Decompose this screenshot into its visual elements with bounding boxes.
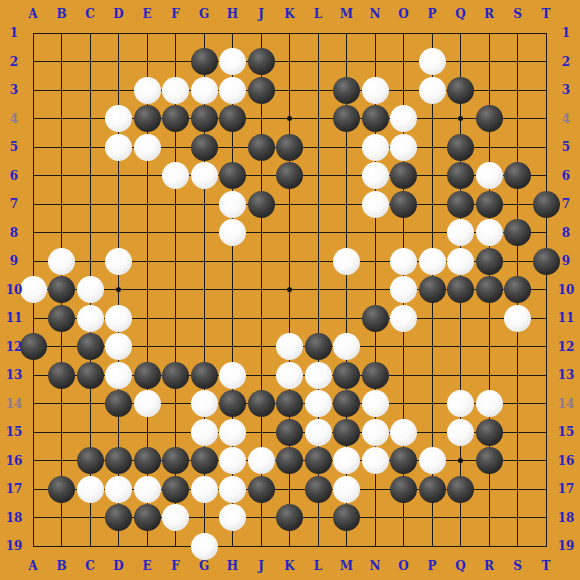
intersection-J16[interactable] — [247, 446, 276, 475]
intersection-M11[interactable] — [332, 304, 361, 333]
intersection-H7[interactable] — [218, 190, 247, 219]
intersection-R12[interactable] — [475, 332, 504, 361]
intersection-G13[interactable] — [190, 361, 219, 390]
intersection-B2[interactable] — [47, 47, 76, 76]
intersection-C11[interactable] — [76, 304, 105, 333]
intersection-E7[interactable] — [133, 190, 162, 219]
intersection-E9[interactable] — [133, 247, 162, 276]
intersection-G19[interactable] — [190, 532, 219, 561]
intersection-H10[interactable] — [218, 275, 247, 304]
intersection-O10[interactable] — [389, 275, 418, 304]
intersection-E11[interactable] — [133, 304, 162, 333]
intersection-H17[interactable] — [218, 475, 247, 504]
intersection-D9[interactable] — [104, 247, 133, 276]
intersection-S18[interactable] — [503, 503, 532, 532]
intersection-F10[interactable] — [161, 275, 190, 304]
intersection-K7[interactable] — [275, 190, 304, 219]
intersection-Q2[interactable] — [446, 47, 475, 76]
intersection-S2[interactable] — [503, 47, 532, 76]
intersection-B15[interactable] — [47, 418, 76, 447]
intersection-J5[interactable] — [247, 133, 276, 162]
intersection-Q8[interactable] — [446, 218, 475, 247]
intersection-C5[interactable] — [76, 133, 105, 162]
intersection-G5[interactable] — [190, 133, 219, 162]
intersection-L5[interactable] — [304, 133, 333, 162]
intersection-B5[interactable] — [47, 133, 76, 162]
intersection-N18[interactable] — [361, 503, 390, 532]
intersection-G8[interactable] — [190, 218, 219, 247]
intersection-K15[interactable] — [275, 418, 304, 447]
intersection-B9[interactable] — [47, 247, 76, 276]
intersection-C14[interactable] — [76, 389, 105, 418]
intersection-H4[interactable] — [218, 104, 247, 133]
intersection-P6[interactable] — [418, 161, 447, 190]
intersection-R7[interactable] — [475, 190, 504, 219]
intersection-O17[interactable] — [389, 475, 418, 504]
intersection-K10[interactable] — [275, 275, 304, 304]
intersection-J17[interactable] — [247, 475, 276, 504]
intersection-D4[interactable] — [104, 104, 133, 133]
intersection-D10[interactable] — [104, 275, 133, 304]
intersection-J9[interactable] — [247, 247, 276, 276]
intersection-O12[interactable] — [389, 332, 418, 361]
intersection-R16[interactable] — [475, 446, 504, 475]
intersection-P17[interactable] — [418, 475, 447, 504]
intersection-S6[interactable] — [503, 161, 532, 190]
intersection-K9[interactable] — [275, 247, 304, 276]
intersection-B4[interactable] — [47, 104, 76, 133]
intersection-F18[interactable] — [161, 503, 190, 532]
intersection-C10[interactable] — [76, 275, 105, 304]
intersection-B14[interactable] — [47, 389, 76, 418]
intersection-K4[interactable] — [275, 104, 304, 133]
intersection-P3[interactable] — [418, 76, 447, 105]
intersection-L7[interactable] — [304, 190, 333, 219]
intersection-Q1[interactable] — [446, 19, 475, 48]
intersection-B1[interactable] — [47, 19, 76, 48]
intersection-L8[interactable] — [304, 218, 333, 247]
intersection-B19[interactable] — [47, 532, 76, 561]
intersection-F5[interactable] — [161, 133, 190, 162]
intersection-M6[interactable] — [332, 161, 361, 190]
intersection-D12[interactable] — [104, 332, 133, 361]
intersection-P10[interactable] — [418, 275, 447, 304]
intersection-N12[interactable] — [361, 332, 390, 361]
intersection-P9[interactable] — [418, 247, 447, 276]
intersection-M15[interactable] — [332, 418, 361, 447]
intersection-M1[interactable] — [332, 19, 361, 48]
intersection-J14[interactable] — [247, 389, 276, 418]
intersection-P13[interactable] — [418, 361, 447, 390]
intersection-K1[interactable] — [275, 19, 304, 48]
intersection-D16[interactable] — [104, 446, 133, 475]
intersection-N8[interactable] — [361, 218, 390, 247]
intersection-M7[interactable] — [332, 190, 361, 219]
intersection-P4[interactable] — [418, 104, 447, 133]
intersection-Q17[interactable] — [446, 475, 475, 504]
intersection-L9[interactable] — [304, 247, 333, 276]
intersection-E4[interactable] — [133, 104, 162, 133]
intersection-D11[interactable] — [104, 304, 133, 333]
intersection-J1[interactable] — [247, 19, 276, 48]
intersection-F14[interactable] — [161, 389, 190, 418]
intersection-D19[interactable] — [104, 532, 133, 561]
intersection-Q5[interactable] — [446, 133, 475, 162]
intersection-G17[interactable] — [190, 475, 219, 504]
intersection-N10[interactable] — [361, 275, 390, 304]
intersection-D1[interactable] — [104, 19, 133, 48]
intersection-M10[interactable] — [332, 275, 361, 304]
intersection-R3[interactable] — [475, 76, 504, 105]
intersection-L17[interactable] — [304, 475, 333, 504]
intersection-P2[interactable] — [418, 47, 447, 76]
intersection-Q16[interactable] — [446, 446, 475, 475]
intersection-O9[interactable] — [389, 247, 418, 276]
intersection-D17[interactable] — [104, 475, 133, 504]
intersection-S17[interactable] — [503, 475, 532, 504]
intersection-J13[interactable] — [247, 361, 276, 390]
intersection-G11[interactable] — [190, 304, 219, 333]
intersection-G15[interactable] — [190, 418, 219, 447]
intersection-P19[interactable] — [418, 532, 447, 561]
intersection-M3[interactable] — [332, 76, 361, 105]
intersection-N4[interactable] — [361, 104, 390, 133]
intersection-S9[interactable] — [503, 247, 532, 276]
intersection-M9[interactable] — [332, 247, 361, 276]
intersection-K14[interactable] — [275, 389, 304, 418]
intersection-Q7[interactable] — [446, 190, 475, 219]
intersection-E6[interactable] — [133, 161, 162, 190]
intersection-O8[interactable] — [389, 218, 418, 247]
intersection-N14[interactable] — [361, 389, 390, 418]
intersection-D14[interactable] — [104, 389, 133, 418]
intersection-N16[interactable] — [361, 446, 390, 475]
intersection-Q14[interactable] — [446, 389, 475, 418]
intersection-H8[interactable] — [218, 218, 247, 247]
intersection-L10[interactable] — [304, 275, 333, 304]
intersection-K12[interactable] — [275, 332, 304, 361]
intersection-B12[interactable] — [47, 332, 76, 361]
intersection-O11[interactable] — [389, 304, 418, 333]
intersection-E17[interactable] — [133, 475, 162, 504]
intersection-O2[interactable] — [389, 47, 418, 76]
intersection-L2[interactable] — [304, 47, 333, 76]
intersection-K19[interactable] — [275, 532, 304, 561]
intersection-M13[interactable] — [332, 361, 361, 390]
intersection-D18[interactable] — [104, 503, 133, 532]
intersection-S14[interactable] — [503, 389, 532, 418]
intersection-L12[interactable] — [304, 332, 333, 361]
intersection-H1[interactable] — [218, 19, 247, 48]
intersection-S1[interactable] — [503, 19, 532, 48]
intersection-R10[interactable] — [475, 275, 504, 304]
intersection-G14[interactable] — [190, 389, 219, 418]
intersection-M19[interactable] — [332, 532, 361, 561]
intersection-L11[interactable] — [304, 304, 333, 333]
intersection-Q9[interactable] — [446, 247, 475, 276]
intersection-M14[interactable] — [332, 389, 361, 418]
intersection-P11[interactable] — [418, 304, 447, 333]
intersection-H11[interactable] — [218, 304, 247, 333]
intersection-H3[interactable] — [218, 76, 247, 105]
intersection-F3[interactable] — [161, 76, 190, 105]
intersection-J19[interactable] — [247, 532, 276, 561]
intersection-N9[interactable] — [361, 247, 390, 276]
intersection-D8[interactable] — [104, 218, 133, 247]
intersection-G6[interactable] — [190, 161, 219, 190]
intersection-S11[interactable] — [503, 304, 532, 333]
intersection-L14[interactable] — [304, 389, 333, 418]
intersection-K11[interactable] — [275, 304, 304, 333]
intersection-C8[interactable] — [76, 218, 105, 247]
intersection-M16[interactable] — [332, 446, 361, 475]
intersection-S19[interactable] — [503, 532, 532, 561]
intersection-E18[interactable] — [133, 503, 162, 532]
intersection-R11[interactable] — [475, 304, 504, 333]
intersection-R6[interactable] — [475, 161, 504, 190]
intersection-S16[interactable] — [503, 446, 532, 475]
intersection-F11[interactable] — [161, 304, 190, 333]
intersection-M17[interactable] — [332, 475, 361, 504]
intersection-Q6[interactable] — [446, 161, 475, 190]
intersection-F8[interactable] — [161, 218, 190, 247]
intersection-O16[interactable] — [389, 446, 418, 475]
intersection-K3[interactable] — [275, 76, 304, 105]
intersection-O19[interactable] — [389, 532, 418, 561]
intersection-O1[interactable] — [389, 19, 418, 48]
intersection-C6[interactable] — [76, 161, 105, 190]
intersection-R15[interactable] — [475, 418, 504, 447]
intersection-B8[interactable] — [47, 218, 76, 247]
intersection-C15[interactable] — [76, 418, 105, 447]
intersection-Q3[interactable] — [446, 76, 475, 105]
intersection-G12[interactable] — [190, 332, 219, 361]
intersection-F1[interactable] — [161, 19, 190, 48]
intersection-O3[interactable] — [389, 76, 418, 105]
intersection-O6[interactable] — [389, 161, 418, 190]
intersection-K13[interactable] — [275, 361, 304, 390]
intersection-O15[interactable] — [389, 418, 418, 447]
intersection-O13[interactable] — [389, 361, 418, 390]
intersection-H18[interactable] — [218, 503, 247, 532]
intersection-J8[interactable] — [247, 218, 276, 247]
intersection-B17[interactable] — [47, 475, 76, 504]
intersection-C16[interactable] — [76, 446, 105, 475]
intersection-F17[interactable] — [161, 475, 190, 504]
intersection-L13[interactable] — [304, 361, 333, 390]
intersection-F9[interactable] — [161, 247, 190, 276]
intersection-H13[interactable] — [218, 361, 247, 390]
intersection-H5[interactable] — [218, 133, 247, 162]
intersection-Q4[interactable] — [446, 104, 475, 133]
intersection-N11[interactable] — [361, 304, 390, 333]
intersection-E12[interactable] — [133, 332, 162, 361]
intersection-E14[interactable] — [133, 389, 162, 418]
intersection-L1[interactable] — [304, 19, 333, 48]
intersection-K2[interactable] — [275, 47, 304, 76]
intersection-P5[interactable] — [418, 133, 447, 162]
intersection-P14[interactable] — [418, 389, 447, 418]
intersection-R8[interactable] — [475, 218, 504, 247]
intersection-K5[interactable] — [275, 133, 304, 162]
intersection-J3[interactable] — [247, 76, 276, 105]
intersection-E16[interactable] — [133, 446, 162, 475]
intersection-P18[interactable] — [418, 503, 447, 532]
intersection-E1[interactable] — [133, 19, 162, 48]
intersection-C1[interactable] — [76, 19, 105, 48]
intersection-R13[interactable] — [475, 361, 504, 390]
intersection-G4[interactable] — [190, 104, 219, 133]
intersection-G3[interactable] — [190, 76, 219, 105]
intersection-D15[interactable] — [104, 418, 133, 447]
intersection-G7[interactable] — [190, 190, 219, 219]
intersection-C13[interactable] — [76, 361, 105, 390]
intersection-D3[interactable] — [104, 76, 133, 105]
intersection-K8[interactable] — [275, 218, 304, 247]
intersection-J11[interactable] — [247, 304, 276, 333]
intersection-D13[interactable] — [104, 361, 133, 390]
intersection-B3[interactable] — [47, 76, 76, 105]
intersection-S13[interactable] — [503, 361, 532, 390]
intersection-L4[interactable] — [304, 104, 333, 133]
intersection-M8[interactable] — [332, 218, 361, 247]
intersection-J4[interactable] — [247, 104, 276, 133]
intersection-H19[interactable] — [218, 532, 247, 561]
intersection-S4[interactable] — [503, 104, 532, 133]
intersection-F13[interactable] — [161, 361, 190, 390]
intersection-J18[interactable] — [247, 503, 276, 532]
intersection-C2[interactable] — [76, 47, 105, 76]
intersection-E2[interactable] — [133, 47, 162, 76]
intersection-B18[interactable] — [47, 503, 76, 532]
intersection-L19[interactable] — [304, 532, 333, 561]
intersection-G2[interactable] — [190, 47, 219, 76]
intersection-B11[interactable] — [47, 304, 76, 333]
intersection-K16[interactable] — [275, 446, 304, 475]
intersection-S5[interactable] — [503, 133, 532, 162]
intersection-R18[interactable] — [475, 503, 504, 532]
intersection-J10[interactable] — [247, 275, 276, 304]
intersection-F4[interactable] — [161, 104, 190, 133]
intersection-F19[interactable] — [161, 532, 190, 561]
intersection-H12[interactable] — [218, 332, 247, 361]
intersection-O5[interactable] — [389, 133, 418, 162]
intersection-S7[interactable] — [503, 190, 532, 219]
intersection-Q13[interactable] — [446, 361, 475, 390]
intersection-L18[interactable] — [304, 503, 333, 532]
intersection-M18[interactable] — [332, 503, 361, 532]
intersection-S3[interactable] — [503, 76, 532, 105]
intersection-E15[interactable] — [133, 418, 162, 447]
intersection-L6[interactable] — [304, 161, 333, 190]
intersection-D2[interactable] — [104, 47, 133, 76]
intersection-P15[interactable] — [418, 418, 447, 447]
intersection-E8[interactable] — [133, 218, 162, 247]
intersection-B10[interactable] — [47, 275, 76, 304]
intersection-N6[interactable] — [361, 161, 390, 190]
intersection-F6[interactable] — [161, 161, 190, 190]
intersection-Q10[interactable] — [446, 275, 475, 304]
intersection-E10[interactable] — [133, 275, 162, 304]
intersection-M5[interactable] — [332, 133, 361, 162]
intersection-D6[interactable] — [104, 161, 133, 190]
intersection-O14[interactable] — [389, 389, 418, 418]
intersection-G1[interactable] — [190, 19, 219, 48]
intersection-P16[interactable] — [418, 446, 447, 475]
intersection-H2[interactable] — [218, 47, 247, 76]
intersection-L3[interactable] — [304, 76, 333, 105]
intersection-O7[interactable] — [389, 190, 418, 219]
intersection-B6[interactable] — [47, 161, 76, 190]
intersection-D7[interactable] — [104, 190, 133, 219]
intersection-R1[interactable] — [475, 19, 504, 48]
intersection-N17[interactable] — [361, 475, 390, 504]
intersection-C18[interactable] — [76, 503, 105, 532]
intersection-P12[interactable] — [418, 332, 447, 361]
intersection-K18[interactable] — [275, 503, 304, 532]
intersection-J15[interactable] — [247, 418, 276, 447]
intersection-C19[interactable] — [76, 532, 105, 561]
intersection-F15[interactable] — [161, 418, 190, 447]
intersection-C9[interactable] — [76, 247, 105, 276]
intersection-H16[interactable] — [218, 446, 247, 475]
intersection-B13[interactable] — [47, 361, 76, 390]
intersection-N13[interactable] — [361, 361, 390, 390]
intersection-N2[interactable] — [361, 47, 390, 76]
intersection-L15[interactable] — [304, 418, 333, 447]
intersection-F2[interactable] — [161, 47, 190, 76]
intersection-L16[interactable] — [304, 446, 333, 475]
intersection-S15[interactable] — [503, 418, 532, 447]
intersection-F7[interactable] — [161, 190, 190, 219]
intersection-Q19[interactable] — [446, 532, 475, 561]
intersection-R2[interactable] — [475, 47, 504, 76]
intersection-D5[interactable] — [104, 133, 133, 162]
intersection-G10[interactable] — [190, 275, 219, 304]
intersection-Q12[interactable] — [446, 332, 475, 361]
intersection-C12[interactable] — [76, 332, 105, 361]
intersection-C7[interactable] — [76, 190, 105, 219]
intersection-O4[interactable] — [389, 104, 418, 133]
intersection-J2[interactable] — [247, 47, 276, 76]
intersection-E5[interactable] — [133, 133, 162, 162]
intersection-R17[interactable] — [475, 475, 504, 504]
intersection-R4[interactable] — [475, 104, 504, 133]
intersection-M4[interactable] — [332, 104, 361, 133]
intersection-B16[interactable] — [47, 446, 76, 475]
intersection-R14[interactable] — [475, 389, 504, 418]
intersection-H14[interactable] — [218, 389, 247, 418]
intersection-P7[interactable] — [418, 190, 447, 219]
intersection-J12[interactable] — [247, 332, 276, 361]
intersection-H15[interactable] — [218, 418, 247, 447]
intersection-R5[interactable] — [475, 133, 504, 162]
intersection-K6[interactable] — [275, 161, 304, 190]
intersection-G9[interactable] — [190, 247, 219, 276]
intersection-S10[interactable] — [503, 275, 532, 304]
intersection-R19[interactable] — [475, 532, 504, 561]
intersection-Q15[interactable] — [446, 418, 475, 447]
intersection-N15[interactable] — [361, 418, 390, 447]
intersection-B7[interactable] — [47, 190, 76, 219]
intersection-F12[interactable] — [161, 332, 190, 361]
intersection-N7[interactable] — [361, 190, 390, 219]
intersection-K17[interactable] — [275, 475, 304, 504]
intersection-G16[interactable] — [190, 446, 219, 475]
intersection-S8[interactable] — [503, 218, 532, 247]
intersection-E19[interactable] — [133, 532, 162, 561]
intersection-E13[interactable] — [133, 361, 162, 390]
